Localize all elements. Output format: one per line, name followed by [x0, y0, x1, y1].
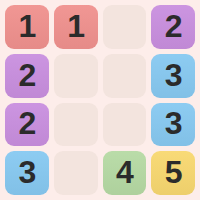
tile-value: 3 — [165, 107, 182, 139]
empty-cell — [103, 54, 147, 98]
tile-value: 4 — [116, 156, 133, 188]
tile-1[interactable]: 1 — [5, 5, 49, 49]
empty-cell — [103, 103, 147, 147]
tile-1[interactable]: 1 — [54, 5, 98, 49]
empty-cell — [54, 103, 98, 147]
tile-value: 5 — [165, 156, 182, 188]
tile-value: 2 — [18, 107, 35, 139]
tile-3[interactable]: 3 — [151, 103, 195, 147]
tile-value: 2 — [165, 10, 182, 42]
tile-value: 2 — [18, 59, 35, 91]
tile-2[interactable]: 2 — [151, 5, 195, 49]
empty-cell — [54, 151, 98, 195]
tile-3[interactable]: 3 — [151, 54, 195, 98]
tile-2[interactable]: 2 — [5, 103, 49, 147]
tile-4[interactable]: 4 — [103, 151, 147, 195]
tile-3[interactable]: 3 — [5, 151, 49, 195]
tile-value: 1 — [18, 10, 35, 42]
game-board[interactable]: 1122323345 — [0, 0, 200, 200]
tile-value: 1 — [67, 10, 84, 42]
empty-cell — [103, 5, 147, 49]
tile-2[interactable]: 2 — [5, 54, 49, 98]
tile-value: 3 — [18, 156, 35, 188]
tile-value: 3 — [165, 59, 182, 91]
empty-cell — [54, 54, 98, 98]
tile-5[interactable]: 5 — [151, 151, 195, 195]
